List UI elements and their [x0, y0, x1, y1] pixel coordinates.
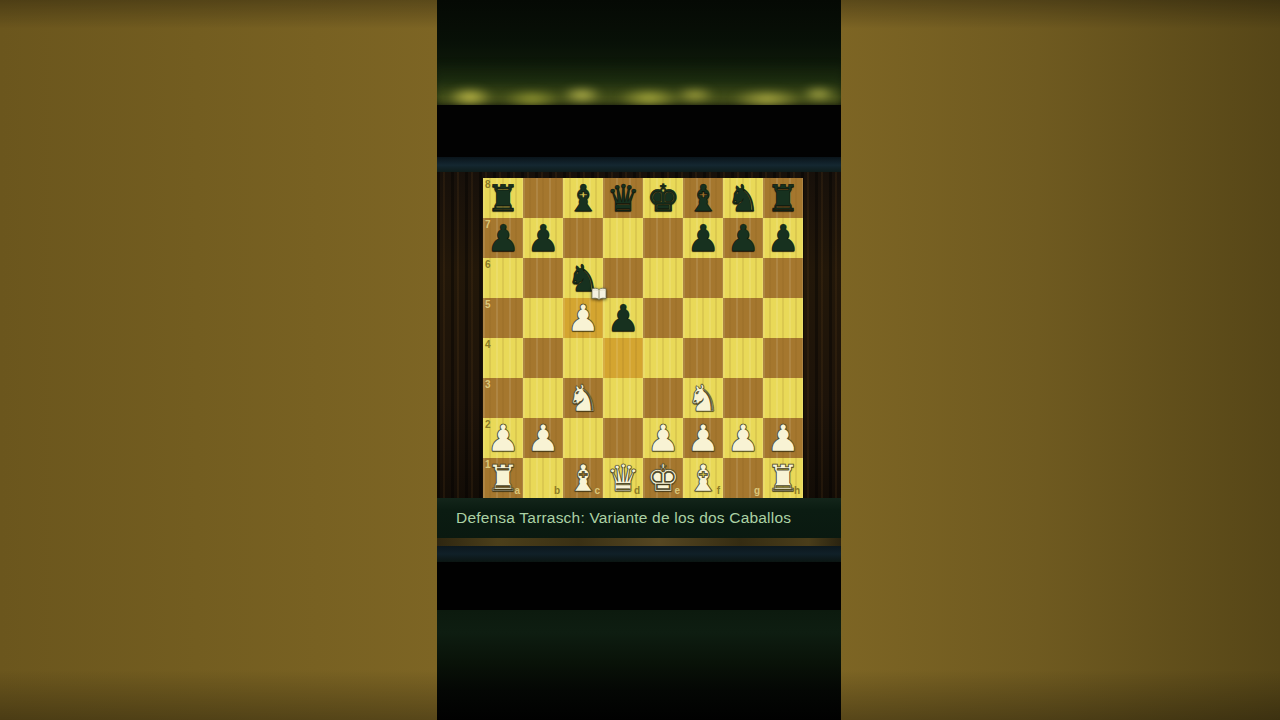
- square-h6: [763, 258, 803, 298]
- blurred-glow-band: [437, 0, 841, 105]
- square-h8: ♜: [763, 178, 803, 218]
- square-d3: [603, 378, 643, 418]
- square-d6: [603, 258, 643, 298]
- square-f2: ♟: [683, 418, 723, 458]
- black-pawn: ♟: [683, 218, 723, 258]
- rank-label-2: 2: [485, 420, 491, 430]
- rank-label-7: 7: [485, 220, 491, 230]
- square-c2: [563, 418, 603, 458]
- square-f3: ♞: [683, 378, 723, 418]
- square-a2: 2♟: [483, 418, 523, 458]
- white-pawn: ♟: [643, 418, 683, 458]
- black-pawn: ♟: [603, 298, 643, 338]
- square-b3: [523, 378, 563, 418]
- black-bishop: ♝: [683, 178, 723, 218]
- board-area: 8♜♝♛♚♝♞♜7♟♟♟♟♟6♞5♟♟43♞♞2♟♟♟♟♟♟1a♜bc♝d♛e♚…: [437, 172, 841, 502]
- rank-label-4: 4: [485, 340, 491, 350]
- white-knight: ♞: [683, 378, 723, 418]
- square-h5: [763, 298, 803, 338]
- rank-label-6: 6: [485, 260, 491, 270]
- book-move-icon: [590, 287, 608, 302]
- square-f7: ♟: [683, 218, 723, 258]
- square-d8: ♛: [603, 178, 643, 218]
- square-f1: f♝: [683, 458, 723, 498]
- rank-label-1: 1: [485, 460, 491, 470]
- black-pawn: ♟: [763, 218, 803, 258]
- blurred-backdrop-left: [0, 0, 437, 720]
- video-screenshot: 8♜♝♛♚♝♞♜7♟♟♟♟♟6♞5♟♟43♞♞2♟♟♟♟♟♟1a♜bc♝d♛e♚…: [0, 0, 1280, 720]
- square-e5: [643, 298, 683, 338]
- square-g5: [723, 298, 763, 338]
- square-d2: [603, 418, 643, 458]
- letterbox-top: [437, 105, 841, 157]
- rank-label-8: 8: [485, 180, 491, 190]
- file-label-a: a: [514, 486, 520, 496]
- square-b4: [523, 338, 563, 378]
- square-e2: ♟: [643, 418, 683, 458]
- blurred-backdrop-right: [841, 0, 1280, 720]
- white-pawn: ♟: [563, 298, 603, 338]
- square-a1: 1a♜: [483, 458, 523, 498]
- square-h7: ♟: [763, 218, 803, 258]
- black-rook: ♜: [763, 178, 803, 218]
- white-pawn: ♟: [683, 418, 723, 458]
- file-label-d: d: [634, 486, 640, 496]
- square-b7: ♟: [523, 218, 563, 258]
- white-pawn: ♟: [763, 418, 803, 458]
- black-bishop: ♝: [563, 178, 603, 218]
- square-a3: 3: [483, 378, 523, 418]
- file-label-b: b: [554, 486, 560, 496]
- white-pawn: ♟: [523, 418, 563, 458]
- square-d1: d♛: [603, 458, 643, 498]
- square-e6: [643, 258, 683, 298]
- square-b8: [523, 178, 563, 218]
- square-h4: [763, 338, 803, 378]
- square-f5: [683, 298, 723, 338]
- square-h3: [763, 378, 803, 418]
- file-label-h: h: [794, 486, 800, 496]
- bottom-fade: [437, 610, 841, 720]
- square-b2: ♟: [523, 418, 563, 458]
- chess-board: 8♜♝♛♚♝♞♜7♟♟♟♟♟6♞5♟♟43♞♞2♟♟♟♟♟♟1a♜bc♝d♛e♚…: [483, 178, 803, 498]
- letterbox-bottom: [437, 562, 841, 610]
- square-e3: [643, 378, 683, 418]
- square-f6: [683, 258, 723, 298]
- square-a7: 7♟: [483, 218, 523, 258]
- square-b6: [523, 258, 563, 298]
- file-label-e: e: [674, 486, 680, 496]
- file-label-c: c: [594, 486, 600, 496]
- square-a5: 5: [483, 298, 523, 338]
- square-f8: ♝: [683, 178, 723, 218]
- square-a6: 6: [483, 258, 523, 298]
- square-c3: ♞: [563, 378, 603, 418]
- opening-name-caption: Defensa Tarrasch: Variante de los dos Ca…: [456, 509, 791, 527]
- square-e8: ♚: [643, 178, 683, 218]
- square-g6: [723, 258, 763, 298]
- square-a8: 8♜: [483, 178, 523, 218]
- square-g1: g: [723, 458, 763, 498]
- square-e4: [643, 338, 683, 378]
- white-knight: ♞: [563, 378, 603, 418]
- blurred-wood-band: [437, 538, 841, 546]
- square-g7: ♟: [723, 218, 763, 258]
- rank-label-5: 5: [485, 300, 491, 310]
- square-b1: b: [523, 458, 563, 498]
- square-h2: ♟: [763, 418, 803, 458]
- square-f4: [683, 338, 723, 378]
- glow-blobs: [437, 79, 841, 105]
- black-pawn: ♟: [523, 218, 563, 258]
- square-g2: ♟: [723, 418, 763, 458]
- square-d5: ♟: [603, 298, 643, 338]
- teal-band-bottom: [437, 546, 841, 562]
- square-g3: [723, 378, 763, 418]
- teal-band-top: [437, 157, 841, 172]
- square-e7: [643, 218, 683, 258]
- square-c7: [563, 218, 603, 258]
- rank-label-3: 3: [485, 380, 491, 390]
- square-a4: 4: [483, 338, 523, 378]
- square-c5: ♟: [563, 298, 603, 338]
- file-label-g: g: [754, 486, 760, 496]
- square-h1: h♜: [763, 458, 803, 498]
- caption-bar: Defensa Tarrasch: Variante de los dos Ca…: [437, 498, 841, 538]
- white-pawn: ♟: [723, 418, 763, 458]
- square-d4: [603, 338, 643, 378]
- square-e1: e♚: [643, 458, 683, 498]
- square-g4: [723, 338, 763, 378]
- black-queen: ♛: [603, 178, 643, 218]
- square-c4: [563, 338, 603, 378]
- square-b5: [523, 298, 563, 338]
- black-pawn: ♟: [723, 218, 763, 258]
- black-king: ♚: [643, 178, 683, 218]
- square-c1: c♝: [563, 458, 603, 498]
- file-label-f: f: [717, 486, 720, 496]
- video-frame[interactable]: 8♜♝♛♚♝♞♜7♟♟♟♟♟6♞5♟♟43♞♞2♟♟♟♟♟♟1a♜bc♝d♛e♚…: [437, 0, 841, 720]
- square-d7: [603, 218, 643, 258]
- black-knight: ♞: [723, 178, 763, 218]
- square-c8: ♝: [563, 178, 603, 218]
- square-g8: ♞: [723, 178, 763, 218]
